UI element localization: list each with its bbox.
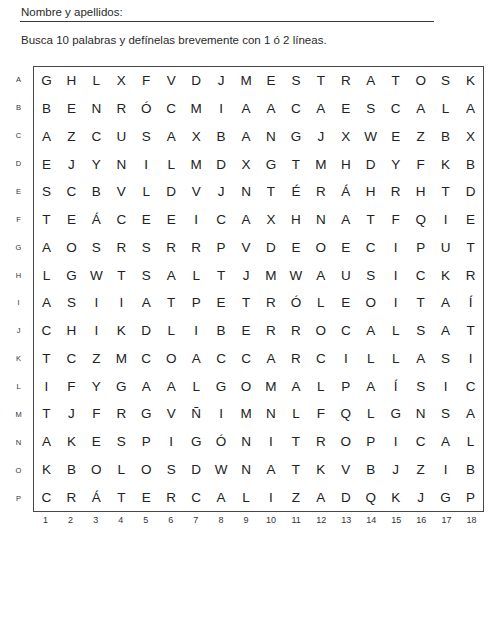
grid-cell-L8[interactable]: G [209, 372, 234, 400]
grid-cell-F2[interactable]: E [59, 206, 84, 234]
grid-cell-O12[interactable]: K [308, 456, 333, 484]
grid-cell-B14[interactable]: S [358, 95, 383, 123]
grid-cell-M1[interactable]: T [34, 400, 59, 428]
grid-cell-I10[interactable]: R [259, 289, 284, 317]
grid-cell-O17[interactable]: I [433, 456, 458, 484]
grid-cell-I11[interactable]: Ó [283, 289, 308, 317]
grid-cell-A11[interactable]: S [283, 67, 308, 95]
grid-cell-I17[interactable]: A [433, 289, 458, 317]
grid-cell-O8[interactable]: W [209, 456, 234, 484]
grid-cell-M5[interactable]: G [134, 400, 159, 428]
grid-cell-K9[interactable]: C [234, 345, 259, 373]
grid-cell-P13[interactable]: D [333, 483, 358, 511]
grid-cell-C14[interactable]: W [358, 123, 383, 151]
grid-cell-N2[interactable]: K [59, 428, 84, 456]
grid-cell-O18[interactable]: B [458, 456, 483, 484]
grid-cell-F4[interactable]: C [109, 206, 134, 234]
col-label-5: 5 [133, 513, 158, 527]
grid-cell-G1[interactable]: A [34, 234, 59, 262]
grid-cell-P11[interactable]: Z [283, 483, 308, 511]
grid-cell-J8[interactable]: B [209, 317, 234, 345]
grid-cell-N3[interactable]: E [84, 428, 109, 456]
grid-cell-L2[interactable]: F [59, 372, 84, 400]
grid-cell-E6[interactable]: D [159, 178, 184, 206]
grid-cell-D18[interactable]: B [458, 150, 483, 178]
grid-cell-F3[interactable]: Á [84, 206, 109, 234]
grid-cell-B16[interactable]: A [408, 95, 433, 123]
grid-cell-C8[interactable]: B [209, 123, 234, 151]
grid-cell-E5[interactable]: L [134, 178, 159, 206]
grid-cell-J10[interactable]: R [259, 317, 284, 345]
grid-cell-E14[interactable]: H [358, 178, 383, 206]
grid-cell-D8[interactable]: D [209, 150, 234, 178]
grid-cell-D17[interactable]: K [433, 150, 458, 178]
grid-cell-G4[interactable]: R [109, 234, 134, 262]
grid-cell-O7[interactable]: D [184, 456, 209, 484]
grid-cell-N15[interactable]: I [383, 428, 408, 456]
grid-cell-E15[interactable]: R [383, 178, 408, 206]
grid-cell-G17[interactable]: U [433, 234, 458, 262]
grid-cell-D14[interactable]: D [358, 150, 383, 178]
grid-cell-I14[interactable]: O [358, 289, 383, 317]
row-label-E: E [10, 178, 27, 206]
grid-cell-N5[interactable]: P [134, 428, 159, 456]
grid-cell-F17[interactable]: I [433, 206, 458, 234]
grid-cell-C2[interactable]: Z [59, 123, 84, 151]
grid-cell-H1[interactable]: L [34, 261, 59, 289]
grid-cell-O4[interactable]: L [109, 456, 134, 484]
grid-cell-H14[interactable]: S [358, 261, 383, 289]
grid-cell-C5[interactable]: S [134, 123, 159, 151]
grid-cell-A12[interactable]: T [308, 67, 333, 95]
grid-cell-P3[interactable]: Á [84, 483, 109, 511]
grid-cell-J13[interactable]: C [333, 317, 358, 345]
grid-cell-D4[interactable]: N [109, 150, 134, 178]
col-label-10: 10 [258, 513, 283, 527]
grid-cell-M12[interactable]: F [308, 400, 333, 428]
grid-cell-A6[interactable]: V [159, 67, 184, 95]
grid-cell-K1[interactable]: T [34, 345, 59, 373]
grid-cell-A9[interactable]: M [234, 67, 259, 95]
grid-cell-F5[interactable]: E [134, 206, 159, 234]
grid-cell-L18[interactable]: C [458, 372, 483, 400]
grid-cell-P17[interactable]: G [433, 483, 458, 511]
grid-cell-P8[interactable]: A [209, 483, 234, 511]
grid-cell-P7[interactable]: C [184, 483, 209, 511]
grid-cell-B4[interactable]: R [109, 95, 134, 123]
grid-cell-M8[interactable]: I [209, 400, 234, 428]
grid-cell-C15[interactable]: E [383, 123, 408, 151]
grid-cell-O13[interactable]: V [333, 456, 358, 484]
grid-cell-H2[interactable]: G [59, 261, 84, 289]
grid-cell-O11[interactable]: T [283, 456, 308, 484]
grid-cell-K2[interactable]: C [59, 345, 84, 373]
grid-cell-B10[interactable]: A [259, 95, 284, 123]
grid-cell-B3[interactable]: N [84, 95, 109, 123]
grid-cell-J11[interactable]: R [283, 317, 308, 345]
grid-cell-E9[interactable]: N [234, 178, 259, 206]
grid-cell-A18[interactable]: K [458, 67, 483, 95]
grid-cell-B8[interactable]: I [209, 95, 234, 123]
grid-cell-F18[interactable]: E [458, 206, 483, 234]
grid-cell-B17[interactable]: L [433, 95, 458, 123]
grid-cell-H6[interactable]: A [159, 261, 184, 289]
grid-cell-K8[interactable]: C [209, 345, 234, 373]
grid-cell-K11[interactable]: R [283, 345, 308, 373]
grid-cell-F16[interactable]: Q [408, 206, 433, 234]
grid-cell-C16[interactable]: Z [408, 123, 433, 151]
grid-cell-K18[interactable]: I [458, 345, 483, 373]
grid-cell-I4[interactable]: I [109, 289, 134, 317]
grid-cell-K7[interactable]: A [184, 345, 209, 373]
grid-cell-A13[interactable]: R [333, 67, 358, 95]
row-label-D: D [10, 150, 27, 178]
grid-cell-M15[interactable]: G [383, 400, 408, 428]
grid-cell-G11[interactable]: E [283, 234, 308, 262]
grid-cell-L12[interactable]: L [308, 372, 333, 400]
grid-cell-N14[interactable]: P [358, 428, 383, 456]
grid-cell-P6[interactable]: R [159, 483, 184, 511]
grid-cell-I16[interactable]: T [408, 289, 433, 317]
grid-cell-E3[interactable]: B [84, 178, 109, 206]
grid-cell-J17[interactable]: A [433, 317, 458, 345]
grid-cell-H16[interactable]: C [408, 261, 433, 289]
grid-cell-J9[interactable]: E [234, 317, 259, 345]
grid-cell-I13[interactable]: E [333, 289, 358, 317]
grid-cell-G2[interactable]: O [59, 234, 84, 262]
grid-cell-J6[interactable]: L [159, 317, 184, 345]
grid-cell-C4[interactable]: U [109, 123, 134, 151]
grid-cell-A10[interactable]: E [259, 67, 284, 95]
grid-cell-N1[interactable]: A [34, 428, 59, 456]
grid-cell-O2[interactable]: B [59, 456, 84, 484]
grid-cell-C7[interactable]: X [184, 123, 209, 151]
grid-cell-L9[interactable]: O [234, 372, 259, 400]
grid-cell-G7[interactable]: R [184, 234, 209, 262]
grid-cell-K17[interactable]: S [433, 345, 458, 373]
grid-cell-F12[interactable]: N [308, 206, 333, 234]
grid-cell-E12[interactable]: R [308, 178, 333, 206]
grid-cell-F9[interactable]: A [234, 206, 259, 234]
grid-cell-P14[interactable]: Q [358, 483, 383, 511]
grid-cell-B7[interactable]: M [184, 95, 209, 123]
grid-cell-H8[interactable]: T [209, 261, 234, 289]
grid-cell-K10[interactable]: A [259, 345, 284, 373]
grid-cell-E7[interactable]: V [184, 178, 209, 206]
grid-cell-E2[interactable]: C [59, 178, 84, 206]
grid-cell-G18[interactable]: T [458, 234, 483, 262]
grid-cell-N17[interactable]: A [433, 428, 458, 456]
grid-cell-P2[interactable]: R [59, 483, 84, 511]
grid-cell-C18[interactable]: X [458, 123, 483, 151]
grid-cell-J12[interactable]: O [308, 317, 333, 345]
grid-cell-D9[interactable]: X [234, 150, 259, 178]
grid-cell-B15[interactable]: C [383, 95, 408, 123]
grid-cell-F6[interactable]: E [159, 206, 184, 234]
grid-cell-C1[interactable]: A [34, 123, 59, 151]
grid-cell-A16[interactable]: O [408, 67, 433, 95]
grid-cell-F8[interactable]: C [209, 206, 234, 234]
grid-cell-G16[interactable]: P [408, 234, 433, 262]
grid-cell-J15[interactable]: L [383, 317, 408, 345]
grid-cell-D5[interactable]: I [134, 150, 159, 178]
row-label-J: J [10, 317, 27, 345]
grid-cell-A7[interactable]: D [184, 67, 209, 95]
grid-cell-O6[interactable]: S [159, 456, 184, 484]
grid-cell-G6[interactable]: R [159, 234, 184, 262]
grid-cell-P4[interactable]: T [109, 483, 134, 511]
grid-cell-J2[interactable]: H [59, 317, 84, 345]
grid-cell-J18[interactable]: T [458, 317, 483, 345]
grid-cell-N11[interactable]: T [283, 428, 308, 456]
grid-cell-O14[interactable]: B [358, 456, 383, 484]
grid-cell-I5[interactable]: A [134, 289, 159, 317]
grid-cell-K6[interactable]: O [159, 345, 184, 373]
grid-cell-J1[interactable]: C [34, 317, 59, 345]
grid-cell-L7[interactable]: L [184, 372, 209, 400]
grid-cell-N8[interactable]: Ó [209, 428, 234, 456]
grid-cell-I3[interactable]: I [84, 289, 109, 317]
grid-cell-E4[interactable]: V [109, 178, 134, 206]
grid-cell-A14[interactable]: A [358, 67, 383, 95]
grid-cell-D12[interactable]: M [308, 150, 333, 178]
grid-cell-F14[interactable]: T [358, 206, 383, 234]
grid-cell-D7[interactable]: M [184, 150, 209, 178]
grid-cell-L5[interactable]: A [134, 372, 159, 400]
grid-cell-H5[interactable]: S [134, 261, 159, 289]
name-label: Nombre y apellidos: [21, 6, 123, 18]
grid-cell-K5[interactable]: C [134, 345, 159, 373]
grid-cell-O3[interactable]: O [84, 456, 109, 484]
grid-cell-A4[interactable]: X [109, 67, 134, 95]
grid-cell-L15[interactable]: Í [383, 372, 408, 400]
grid-cell-A15[interactable]: T [383, 67, 408, 95]
grid-cell-B1[interactable]: B [34, 95, 59, 123]
grid-cell-E1[interactable]: S [34, 178, 59, 206]
grid-cell-B12[interactable]: A [308, 95, 333, 123]
grid-cell-G9[interactable]: V [234, 234, 259, 262]
grid-cell-P1[interactable]: C [34, 483, 59, 511]
grid-cell-I8[interactable]: E [209, 289, 234, 317]
grid-cell-K4[interactable]: M [109, 345, 134, 373]
grid-cell-D11[interactable]: T [283, 150, 308, 178]
grid-cell-E18[interactable]: D [458, 178, 483, 206]
grid-cell-F7[interactable]: I [184, 206, 209, 234]
grid-cell-N9[interactable]: N [234, 428, 259, 456]
grid-cell-G15[interactable]: I [383, 234, 408, 262]
grid-cell-A3[interactable]: L [84, 67, 109, 95]
grid-cell-E10[interactable]: T [259, 178, 284, 206]
row-label-N: N [10, 428, 27, 456]
grid-cell-L1[interactable]: I [34, 372, 59, 400]
grid-cell-K15[interactable]: L [383, 345, 408, 373]
grid-cell-D15[interactable]: Y [383, 150, 408, 178]
grid-cell-F10[interactable]: X [259, 206, 284, 234]
grid-cell-M2[interactable]: J [59, 400, 84, 428]
grid-cell-M3[interactable]: F [84, 400, 109, 428]
grid-cell-I12[interactable]: L [308, 289, 333, 317]
grid-cell-M16[interactable]: N [408, 400, 433, 428]
grid-cell-H15[interactable]: I [383, 261, 408, 289]
grid-cell-L6[interactable]: A [159, 372, 184, 400]
grid-cell-E16[interactable]: H [408, 178, 433, 206]
grid-cell-O1[interactable]: K [34, 456, 59, 484]
grid-cell-M14[interactable]: L [358, 400, 383, 428]
grid-cell-N10[interactable]: I [259, 428, 284, 456]
grid-cell-M11[interactable]: L [283, 400, 308, 428]
grid-cell-C9[interactable]: A [234, 123, 259, 151]
grid-cell-P9[interactable]: L [234, 483, 259, 511]
grid-cell-C12[interactable]: J [308, 123, 333, 151]
worksheet-page: Nombre y apellidos: Busca 10 palabras y … [0, 0, 500, 621]
grid-cell-P5[interactable]: E [134, 483, 159, 511]
grid-cell-L13[interactable]: P [333, 372, 358, 400]
grid-cell-K13[interactable]: I [333, 345, 358, 373]
grid-cell-F13[interactable]: A [333, 206, 358, 234]
grid-cell-E8[interactable]: J [209, 178, 234, 206]
grid-cell-C3[interactable]: C [84, 123, 109, 151]
grid-cell-M13[interactable]: Q [333, 400, 358, 428]
grid-cell-P10[interactable]: I [259, 483, 284, 511]
grid-cell-D1[interactable]: E [34, 150, 59, 178]
grid-cell-A2[interactable]: H [59, 67, 84, 95]
grid-cell-H11[interactable]: W [283, 261, 308, 289]
grid-cell-K3[interactable]: Z [84, 345, 109, 373]
grid-cell-G5[interactable]: S [134, 234, 159, 262]
grid-cell-C17[interactable]: B [433, 123, 458, 151]
grid-cell-D6[interactable]: L [159, 150, 184, 178]
grid-cell-H18[interactable]: R [458, 261, 483, 289]
grid-cell-H4[interactable]: T [109, 261, 134, 289]
grid-cell-L3[interactable]: Y [84, 372, 109, 400]
grid-cell-N16[interactable]: C [408, 428, 433, 456]
grid-cell-H13[interactable]: U [333, 261, 358, 289]
grid-cell-E17[interactable]: T [433, 178, 458, 206]
grid-cell-G12[interactable]: O [308, 234, 333, 262]
grid-cell-N18[interactable]: L [458, 428, 483, 456]
grid-cell-D3[interactable]: Y [84, 150, 109, 178]
row-label-G: G [10, 233, 27, 261]
grid-cell-M9[interactable]: M [234, 400, 259, 428]
grid-cell-I9[interactable]: T [234, 289, 259, 317]
grid-cell-H9[interactable]: J [234, 261, 259, 289]
grid-cell-J16[interactable]: S [408, 317, 433, 345]
grid-cell-H10[interactable]: M [259, 261, 284, 289]
grid-cell-B2[interactable]: E [59, 95, 84, 123]
grid-cell-G10[interactable]: D [259, 234, 284, 262]
grid-cell-C6[interactable]: A [159, 123, 184, 151]
grid-cell-C11[interactable]: G [283, 123, 308, 151]
grid-cell-A17[interactable]: S [433, 67, 458, 95]
grid-cell-I6[interactable]: T [159, 289, 184, 317]
grid-cell-I2[interactable]: S [59, 289, 84, 317]
grid-cell-D2[interactable]: J [59, 150, 84, 178]
grid-cell-N6[interactable]: I [159, 428, 184, 456]
grid-cell-N4[interactable]: S [109, 428, 134, 456]
col-label-14: 14 [359, 513, 384, 527]
grid-cell-D13[interactable]: H [333, 150, 358, 178]
grid-cell-P18[interactable]: P [458, 483, 483, 511]
grid-cell-C13[interactable]: X [333, 123, 358, 151]
grid-cell-M10[interactable]: N [259, 400, 284, 428]
grid-cell-K16[interactable]: A [408, 345, 433, 373]
grid-cell-I1[interactable]: A [34, 289, 59, 317]
grid-cell-H3[interactable]: W [84, 261, 109, 289]
grid-cell-M6[interactable]: V [159, 400, 184, 428]
grid-cell-D10[interactable]: G [259, 150, 284, 178]
grid-cell-K12[interactable]: C [308, 345, 333, 373]
grid-cell-M7[interactable]: Ñ [184, 400, 209, 428]
grid-cell-N12[interactable]: R [308, 428, 333, 456]
grid-cell-F11[interactable]: H [283, 206, 308, 234]
grid-cell-L16[interactable]: S [408, 372, 433, 400]
grid-cell-B18[interactable]: A [458, 95, 483, 123]
grid-cell-O15[interactable]: J [383, 456, 408, 484]
grid-cell-O16[interactable]: Z [408, 456, 433, 484]
col-label-6: 6 [158, 513, 183, 527]
grid-cell-G13[interactable]: E [333, 234, 358, 262]
grid-cell-O5[interactable]: O [134, 456, 159, 484]
grid-cell-P15[interactable]: K [383, 483, 408, 511]
grid-cell-M17[interactable]: S [433, 400, 458, 428]
grid-cell-C10[interactable]: N [259, 123, 284, 151]
grid-cell-A8[interactable]: J [209, 67, 234, 95]
grid-cell-J14[interactable]: A [358, 317, 383, 345]
grid-cell-B9[interactable]: A [234, 95, 259, 123]
grid-cell-B5[interactable]: Ó [134, 95, 159, 123]
grid-cell-J3[interactable]: I [84, 317, 109, 345]
grid-cell-B11[interactable]: C [283, 95, 308, 123]
grid-cell-B6[interactable]: C [159, 95, 184, 123]
grid-cell-A1[interactable]: G [34, 67, 59, 95]
grid-cell-O10[interactable]: A [259, 456, 284, 484]
grid-cell-L11[interactable]: A [283, 372, 308, 400]
grid-cell-L14[interactable]: A [358, 372, 383, 400]
grid-cell-E11[interactable]: É [283, 178, 308, 206]
grid-cell-P12[interactable]: A [308, 483, 333, 511]
grid-cell-D16[interactable]: F [408, 150, 433, 178]
grid-cell-N7[interactable]: G [184, 428, 209, 456]
grid-cell-M18[interactable]: A [458, 400, 483, 428]
grid-cell-L10[interactable]: M [259, 372, 284, 400]
grid-cell-J7[interactable]: I [184, 317, 209, 345]
grid-cell-L4[interactable]: G [109, 372, 134, 400]
grid-cell-A5[interactable]: F [134, 67, 159, 95]
grid-cell-H17[interactable]: K [433, 261, 458, 289]
grid-cell-H7[interactable]: L [184, 261, 209, 289]
grid-cell-J4[interactable]: K [109, 317, 134, 345]
grid-cell-H12[interactable]: A [308, 261, 333, 289]
grid-cell-G3[interactable]: S [84, 234, 109, 262]
grid-cell-F15[interactable]: F [383, 206, 408, 234]
grid-cell-L17[interactable]: I [433, 372, 458, 400]
grid-cell-K14[interactable]: L [358, 345, 383, 373]
grid-cell-I7[interactable]: P [184, 289, 209, 317]
grid-cell-P16[interactable]: J [408, 483, 433, 511]
grid-cell-J5[interactable]: D [134, 317, 159, 345]
grid-cell-G14[interactable]: C [358, 234, 383, 262]
grid-cell-I15[interactable]: I [383, 289, 408, 317]
grid-cell-F1[interactable]: T [34, 206, 59, 234]
grid-cell-O9[interactable]: N [234, 456, 259, 484]
grid-cell-N13[interactable]: O [333, 428, 358, 456]
row-label-A: A [10, 66, 27, 94]
grid-cell-B13[interactable]: E [333, 95, 358, 123]
grid-cell-I18[interactable]: Í [458, 289, 483, 317]
grid-cell-M4[interactable]: R [109, 400, 134, 428]
grid-cell-G8[interactable]: P [209, 234, 234, 262]
grid-cell-E13[interactable]: Á [333, 178, 358, 206]
